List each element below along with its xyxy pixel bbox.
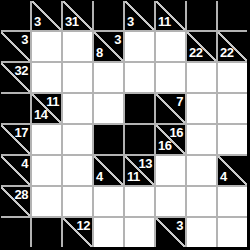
cell-r6c5-entry[interactable] — [156, 187, 185, 216]
cell-r2c7-entry[interactable] — [218, 63, 247, 92]
down-clue: 4 — [220, 170, 227, 183]
cell-r3c0-block — [1, 94, 30, 123]
cell-r5c6-entry[interactable] — [187, 156, 216, 185]
cell-r1c1-entry[interactable] — [32, 32, 61, 61]
kakuro-grid: 33131138322223214117171616441113428123 — [1, 1, 247, 247]
down-clue: 16 — [158, 139, 171, 152]
cell-r7c2-clue: 12 — [63, 218, 92, 247]
cell-r2c6-entry[interactable] — [187, 63, 216, 92]
cell-r0c4-clue: 3 — [125, 1, 154, 30]
cell-r6c1-entry[interactable] — [32, 187, 61, 216]
cell-r3c5-clue: 7 — [156, 94, 185, 123]
cell-r6c0-clue: 28 — [1, 187, 30, 216]
right-clue: 3 — [114, 33, 121, 46]
cell-r1c0-clue: 3 — [1, 32, 30, 61]
cell-r3c4-block — [125, 94, 154, 123]
right-clue: 12 — [77, 219, 90, 232]
cell-r6c7-entry[interactable] — [218, 187, 247, 216]
cell-r7c5-clue: 3 — [156, 218, 185, 247]
cell-r1c2-entry[interactable] — [63, 32, 92, 61]
cell-r4c3-block — [94, 125, 123, 154]
cell-r0c6-block — [187, 1, 216, 30]
cell-r2c0-clue: 32 — [1, 63, 30, 92]
cell-r5c7-clue: 4 — [218, 156, 247, 185]
cell-r7c3-entry[interactable] — [94, 218, 123, 247]
cell-r5c4-clue: 1113 — [125, 156, 154, 185]
cell-r1c6-clue: 22 — [187, 32, 216, 61]
cell-r2c3-entry[interactable] — [94, 63, 123, 92]
cell-r5c1-entry[interactable] — [32, 156, 61, 185]
kakuro-board: 33131138322223214117171616441113428123 — [0, 0, 250, 250]
cell-r0c3-block — [94, 1, 123, 30]
right-clue: 7 — [176, 95, 183, 108]
cell-r1c3-clue: 83 — [94, 32, 123, 61]
cell-r7c6-entry[interactable] — [187, 218, 216, 247]
cell-r6c3-entry[interactable] — [94, 187, 123, 216]
cell-r1c4-entry[interactable] — [125, 32, 154, 61]
cell-r6c2-entry[interactable] — [63, 187, 92, 216]
right-clue: 4 — [21, 157, 28, 170]
cell-r3c1-clue: 1411 — [32, 94, 61, 123]
down-clue: 8 — [96, 46, 103, 59]
cell-r0c1-clue: 3 — [32, 1, 61, 30]
down-clue: 31 — [65, 15, 78, 28]
cell-r5c5-entry[interactable] — [156, 156, 185, 185]
cell-r0c7-block — [218, 1, 247, 30]
cell-r2c2-entry[interactable] — [63, 63, 92, 92]
down-clue: 3 — [127, 15, 134, 28]
cell-r7c4-entry[interactable] — [125, 218, 154, 247]
cell-r3c6-entry[interactable] — [187, 94, 216, 123]
right-clue: 11 — [46, 95, 59, 108]
cell-r1c5-entry[interactable] — [156, 32, 185, 61]
down-clue: 14 — [34, 108, 47, 121]
down-clue: 22 — [220, 46, 233, 59]
cell-r2c4-entry[interactable] — [125, 63, 154, 92]
cell-r4c7-entry[interactable] — [218, 125, 247, 154]
cell-r0c5-clue: 11 — [156, 1, 185, 30]
cell-r0c0-block — [1, 1, 30, 30]
cell-r7c1-block — [32, 218, 61, 247]
cell-r5c0-clue: 4 — [1, 156, 30, 185]
cell-r6c4-entry[interactable] — [125, 187, 154, 216]
right-clue: 13 — [139, 157, 152, 170]
right-clue: 32 — [15, 64, 28, 77]
right-clue: 28 — [15, 188, 28, 201]
cell-r4c2-entry[interactable] — [63, 125, 92, 154]
cell-r5c3-clue: 4 — [94, 156, 123, 185]
right-clue: 3 — [176, 219, 183, 232]
cell-r4c6-entry[interactable] — [187, 125, 216, 154]
cell-r0c2-clue: 31 — [63, 1, 92, 30]
cell-r7c0-block — [1, 218, 30, 247]
down-clue: 3 — [34, 15, 41, 28]
cell-r2c1-entry[interactable] — [32, 63, 61, 92]
cell-r4c4-block — [125, 125, 154, 154]
cell-r3c3-entry[interactable] — [94, 94, 123, 123]
cell-r3c2-entry[interactable] — [63, 94, 92, 123]
right-clue: 17 — [15, 126, 28, 139]
right-clue: 3 — [21, 33, 28, 46]
cell-r4c1-entry[interactable] — [32, 125, 61, 154]
down-clue: 11 — [158, 15, 171, 28]
cell-r2c5-entry[interactable] — [156, 63, 185, 92]
cell-r7c7-entry[interactable] — [218, 218, 247, 247]
right-clue: 16 — [170, 126, 183, 139]
cell-r1c7-clue: 22 — [218, 32, 247, 61]
cell-r4c5-clue: 1616 — [156, 125, 185, 154]
down-clue: 22 — [189, 46, 202, 59]
cell-r5c2-entry[interactable] — [63, 156, 92, 185]
cell-r3c7-entry[interactable] — [218, 94, 247, 123]
down-clue: 11 — [127, 170, 140, 183]
cell-r4c0-clue: 17 — [1, 125, 30, 154]
cell-r6c6-entry[interactable] — [187, 187, 216, 216]
down-clue: 4 — [96, 170, 103, 183]
